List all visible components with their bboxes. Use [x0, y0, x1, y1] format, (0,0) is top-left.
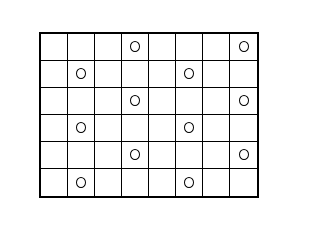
cell-r5c3[interactable]: [95, 142, 122, 169]
cell-r2c7[interactable]: [203, 61, 230, 88]
cell-r4c1[interactable]: [41, 115, 68, 142]
cell-r1c5[interactable]: [149, 34, 176, 61]
cell-r2c5[interactable]: [149, 61, 176, 88]
cell-r5c2[interactable]: [68, 142, 95, 169]
circle-mark: [76, 122, 86, 133]
cell-r1c3[interactable]: [95, 34, 122, 61]
cell-r2c4[interactable]: [122, 61, 149, 88]
cell-r1c2[interactable]: [68, 34, 95, 61]
cell-r6c7[interactable]: [203, 169, 230, 196]
circle-mark: [130, 41, 140, 52]
cell-r4c7[interactable]: [203, 115, 230, 142]
cell-r6c1[interactable]: [41, 169, 68, 196]
cell-r6c8[interactable]: [230, 169, 257, 196]
cell-r1c4[interactable]: [122, 34, 149, 61]
cell-r4c5[interactable]: [149, 115, 176, 142]
cell-r4c4[interactable]: [122, 115, 149, 142]
circle-mark: [184, 122, 194, 133]
cell-r3c2[interactable]: [68, 88, 95, 115]
puzzle-board: [39, 32, 259, 198]
cell-r1c6[interactable]: [176, 34, 203, 61]
circle-mark: [130, 149, 140, 160]
cell-r3c4[interactable]: [122, 88, 149, 115]
cell-r5c6[interactable]: [176, 142, 203, 169]
cell-r6c3[interactable]: [95, 169, 122, 196]
cell-r5c8[interactable]: [230, 142, 257, 169]
cell-r3c3[interactable]: [95, 88, 122, 115]
circle-mark: [76, 177, 86, 188]
cell-r3c6[interactable]: [176, 88, 203, 115]
circle-mark: [76, 68, 86, 79]
cell-r2c1[interactable]: [41, 61, 68, 88]
cell-r1c8[interactable]: [230, 34, 257, 61]
circle-mark: [130, 95, 140, 106]
cell-r3c8[interactable]: [230, 88, 257, 115]
cell-r3c7[interactable]: [203, 88, 230, 115]
cell-r4c3[interactable]: [95, 115, 122, 142]
cell-r3c1[interactable]: [41, 88, 68, 115]
cell-r2c6[interactable]: [176, 61, 203, 88]
circle-mark: [239, 95, 249, 106]
cell-r5c5[interactable]: [149, 142, 176, 169]
cell-r5c4[interactable]: [122, 142, 149, 169]
cell-r5c7[interactable]: [203, 142, 230, 169]
cell-r6c4[interactable]: [122, 169, 149, 196]
cell-r4c8[interactable]: [230, 115, 257, 142]
circle-mark: [239, 149, 249, 160]
cell-r1c7[interactable]: [203, 34, 230, 61]
circle-mark: [184, 177, 194, 188]
circle-mark: [239, 41, 249, 52]
cell-r3c5[interactable]: [149, 88, 176, 115]
cell-r1c1[interactable]: [41, 34, 68, 61]
cell-r6c6[interactable]: [176, 169, 203, 196]
cell-r5c1[interactable]: [41, 142, 68, 169]
circle-mark: [184, 68, 194, 79]
cell-r6c2[interactable]: [68, 169, 95, 196]
cell-r6c5[interactable]: [149, 169, 176, 196]
cell-r2c8[interactable]: [230, 61, 257, 88]
cell-r2c3[interactable]: [95, 61, 122, 88]
cell-r2c2[interactable]: [68, 61, 95, 88]
cell-r4c6[interactable]: [176, 115, 203, 142]
cell-r4c2[interactable]: [68, 115, 95, 142]
